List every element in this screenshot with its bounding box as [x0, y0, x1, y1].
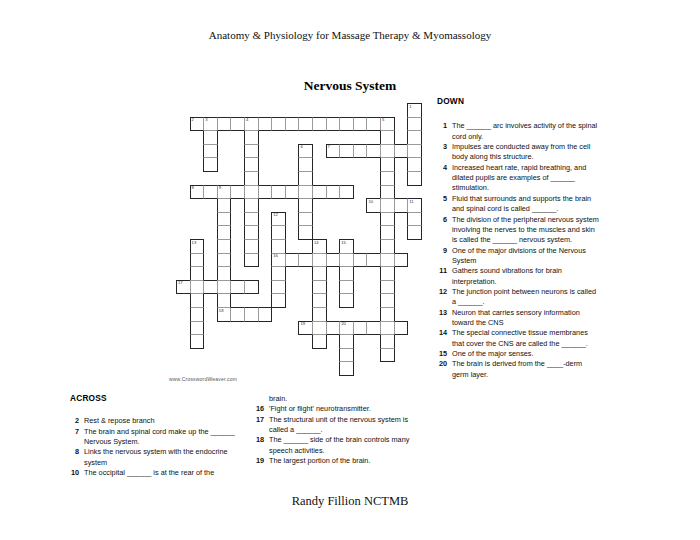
- clue-item: 16'Fight or flight' neurotransmitter.: [253, 404, 423, 414]
- crossword-cell[interactable]: 4: [244, 117, 259, 132]
- clue-item: 8Links the nervous system with the endoc…: [68, 447, 244, 468]
- crossword-cell[interactable]: [339, 348, 354, 363]
- across-clues-column-2: brain.16'Fight or flight' neurotransmitt…: [253, 391, 423, 466]
- crossword-cell[interactable]: [312, 253, 327, 268]
- clue-item: brain.: [253, 394, 423, 404]
- crossword-cell[interactable]: [298, 212, 313, 227]
- crossword-cell[interactable]: [380, 157, 395, 172]
- clue-number: 8: [192, 186, 194, 190]
- clue-item-number: 3: [436, 142, 447, 152]
- crossword-cell[interactable]: [258, 185, 273, 200]
- crossword-cell[interactable]: [298, 225, 313, 240]
- clue-item: 4Increased heart rate, rapid breathing, …: [436, 163, 600, 194]
- crossword-cell[interactable]: [353, 144, 368, 159]
- crossword-cell[interactable]: [217, 266, 232, 281]
- down-clues-list: 1The ______ arc involves activity of the…: [436, 121, 600, 380]
- clue-number: 18: [219, 309, 224, 313]
- clue-item: 18The ______ side of the brain controls …: [253, 435, 423, 456]
- crossword-cell[interactable]: [339, 253, 354, 268]
- crossword-cell[interactable]: 12: [271, 212, 286, 227]
- crossword-cell[interactable]: 9: [217, 185, 232, 200]
- clue-item-number: 17: [253, 415, 264, 425]
- crossword-cell[interactable]: [407, 144, 422, 159]
- clue-item: 20The brain is derived from the ____-der…: [436, 359, 600, 380]
- crossword-cell[interactable]: [203, 130, 218, 145]
- clue-item: 10The occipital ______ is at the rear of…: [68, 468, 244, 478]
- crossword-cell[interactable]: [203, 144, 218, 159]
- crossword-cell[interactable]: [244, 130, 259, 145]
- crossword-cell[interactable]: [380, 307, 395, 322]
- clue-item-number: 15: [436, 349, 447, 359]
- clue-item-text: One of the major senses.: [452, 349, 600, 359]
- clue-item-text: Increased heart rate, rapid breathing, a…: [452, 163, 600, 194]
- crossword-cell[interactable]: [380, 321, 395, 336]
- crossword-cell[interactable]: [244, 239, 259, 254]
- clue-number: 17: [178, 281, 183, 285]
- crossword-cell[interactable]: [380, 280, 395, 295]
- crossword-cell[interactable]: [380, 198, 395, 213]
- clue-item-number: 10: [68, 468, 79, 478]
- crossword-cell[interactable]: [271, 280, 286, 295]
- clue-item-text: The brain is derived from the ____-derm …: [452, 359, 600, 380]
- crossword-cell[interactable]: [244, 280, 259, 295]
- crossword-cell[interactable]: [271, 225, 286, 240]
- crossword-cell[interactable]: [217, 117, 232, 132]
- crossword-cell[interactable]: [298, 171, 313, 186]
- clue-item-text: The largest portion of the brain.: [269, 456, 423, 466]
- crossword-cell[interactable]: [230, 307, 245, 322]
- clue-number: 16: [273, 254, 278, 258]
- crossword-cell[interactable]: [244, 171, 259, 186]
- clue-item-text: The special connective tissue membranes …: [452, 328, 600, 349]
- crossword-cell[interactable]: [339, 361, 354, 376]
- clue-item-text: Fluid that surrounds and supports the br…: [452, 194, 600, 215]
- crossword-cell[interactable]: [339, 117, 354, 132]
- crossword-cell[interactable]: [258, 307, 273, 322]
- clue-number: 13: [192, 241, 197, 245]
- clue-item-text: The division of the peripheral nervous s…: [452, 215, 600, 246]
- crossword-cell[interactable]: 17: [176, 280, 191, 295]
- crossword-cell[interactable]: 14: [312, 239, 327, 254]
- clue-item-text: Links the nervous system with the endocr…: [84, 447, 244, 468]
- crossword-cell[interactable]: 15: [339, 239, 354, 254]
- crossword-cell[interactable]: [203, 157, 218, 172]
- crossword-cell[interactable]: [380, 225, 395, 240]
- clue-item: 5Fluid that surrounds and supports the b…: [436, 194, 600, 215]
- crossword-cell[interactable]: [407, 225, 422, 240]
- crossword-cell[interactable]: [407, 130, 422, 145]
- clue-item-number: 5: [436, 194, 447, 204]
- crossword-cell[interactable]: 20: [339, 321, 354, 336]
- clue-item-number: 7: [68, 427, 79, 437]
- crossword-cell[interactable]: [394, 253, 409, 268]
- crossword-cell[interactable]: [353, 253, 368, 268]
- down-heading: DOWN: [437, 96, 600, 106]
- crossword-cell[interactable]: [190, 280, 205, 295]
- clue-number: 14: [314, 241, 319, 245]
- clue-item-text: Neuron that carries sensory information …: [452, 308, 600, 329]
- clue-item-number: 12: [436, 287, 447, 297]
- crossword-cell[interactable]: [380, 239, 395, 254]
- crossword-cell[interactable]: [258, 117, 273, 132]
- crossword-cell[interactable]: [353, 321, 368, 336]
- crossword-cell[interactable]: [394, 321, 409, 336]
- crossword-cell[interactable]: [203, 280, 218, 295]
- crossword-cell[interactable]: [312, 293, 327, 308]
- crossword-cell[interactable]: [190, 253, 205, 268]
- crossword-cell[interactable]: 2: [190, 117, 205, 132]
- crossword-cell[interactable]: [326, 253, 341, 268]
- crossword-cell[interactable]: [312, 185, 327, 200]
- clue-item-text: The ______ side of the brain controls ma…: [269, 435, 423, 456]
- crossword-cell[interactable]: 11: [407, 198, 422, 213]
- crossword-cell[interactable]: [298, 253, 313, 268]
- crossword-cell[interactable]: [339, 266, 354, 281]
- crossword-cell[interactable]: 6: [298, 144, 313, 159]
- clue-number: 15: [341, 241, 346, 245]
- clue-item-number: 9: [436, 246, 447, 256]
- crossword-cell[interactable]: [271, 185, 286, 200]
- crossword-cell[interactable]: [380, 266, 395, 281]
- crossword-cell[interactable]: [312, 334, 327, 349]
- clue-number: 2: [192, 118, 194, 122]
- crossword-cell[interactable]: 10: [366, 198, 381, 213]
- course-title: Anatomy & Physiology for Massage Therapy…: [0, 29, 700, 41]
- crossword-cell[interactable]: [230, 117, 245, 132]
- crossword-cell[interactable]: [407, 117, 422, 132]
- clue-item-text: The occipital ______ is at the rear of t…: [84, 468, 244, 478]
- crossword-cell[interactable]: [203, 185, 218, 200]
- crossword-cell[interactable]: [380, 334, 395, 349]
- crossword-cell[interactable]: [366, 117, 381, 132]
- crossword-cell[interactable]: [271, 266, 286, 281]
- crossword-cell[interactable]: [190, 266, 205, 281]
- crossword-cell[interactable]: [380, 293, 395, 308]
- crossword-cell[interactable]: [366, 144, 381, 159]
- clue-item-text: 'Fight or flight' neurotransmitter.: [269, 404, 423, 414]
- clue-item-text: The brain and spinal cord make up the __…: [84, 427, 244, 448]
- crossword-cell[interactable]: [217, 253, 232, 268]
- crossword-page: { "page": { "header": "Anatomy & Physiol…: [0, 0, 700, 540]
- crossword-cell[interactable]: [271, 293, 286, 308]
- crossword-cell[interactable]: [339, 144, 354, 159]
- crossword-cell[interactable]: [244, 185, 259, 200]
- clue-item-text: Gathers sound vibrations for brain inter…: [452, 266, 600, 287]
- crossword-cell[interactable]: [339, 293, 354, 308]
- crossword-cell[interactable]: 7: [326, 144, 341, 159]
- across-clues-list-2: brain.16'Fight or flight' neurotransmitt…: [253, 394, 423, 466]
- crossword-weaver-credit: www.CrosswordWeaver.com: [169, 376, 237, 382]
- clue-item-text: Impulses are conducted away from the cel…: [452, 142, 600, 163]
- clue-item: 14The special connective tissue membrane…: [436, 328, 600, 349]
- clue-number: 9: [219, 186, 221, 190]
- crossword-cell[interactable]: [217, 198, 232, 213]
- clue-item-number: 4: [436, 163, 447, 173]
- clue-number: 7: [328, 145, 330, 149]
- crossword-cell[interactable]: [244, 307, 259, 322]
- crossword-cell[interactable]: [190, 334, 205, 349]
- crossword-cell[interactable]: 8: [190, 185, 205, 200]
- clue-number: 6: [300, 145, 302, 149]
- crossword-cell[interactable]: 1: [407, 103, 422, 118]
- crossword-cell[interactable]: [230, 185, 245, 200]
- clue-number: 11: [409, 200, 413, 204]
- clue-item-text: The ______ arc involves activity of the …: [452, 121, 600, 142]
- across-heading: ACROSS: [70, 393, 244, 403]
- crossword-cell[interactable]: [407, 157, 422, 172]
- clue-item-number: 13: [436, 308, 447, 318]
- crossword-cell[interactable]: [394, 198, 409, 213]
- clue-item-number: 19: [253, 456, 264, 466]
- clue-item-number: 20: [436, 359, 447, 369]
- clue-item: 9One of the major divisions of the Nervo…: [436, 246, 600, 267]
- crossword-cell[interactable]: [285, 117, 300, 132]
- crossword-cell[interactable]: [190, 321, 205, 336]
- clue-number: 4: [246, 118, 248, 122]
- crossword-cell[interactable]: 19: [298, 321, 313, 336]
- crossword-cell[interactable]: [244, 212, 259, 227]
- crossword-cell[interactable]: [285, 185, 300, 200]
- crossword-grid: 1234567891011121314151617181920: [176, 103, 423, 377]
- crossword-cell[interactable]: [326, 185, 341, 200]
- clue-item: 15One of the major senses.: [436, 349, 600, 359]
- crossword-cell[interactable]: [298, 157, 313, 172]
- crossword-cell[interactable]: [312, 266, 327, 281]
- clue-number: 10: [368, 200, 373, 204]
- crossword-cell[interactable]: 3: [203, 117, 218, 132]
- crossword-cell[interactable]: [190, 307, 205, 322]
- crossword-cell[interactable]: [353, 117, 368, 132]
- crossword-cell[interactable]: [244, 225, 259, 240]
- author-credit: Randy Fillion NCTMB: [0, 494, 700, 509]
- crossword-cell[interactable]: [312, 117, 327, 132]
- clue-item-number: 14: [436, 328, 447, 338]
- crossword-cell[interactable]: [366, 321, 381, 336]
- clue-number: 1: [409, 105, 411, 109]
- crossword-cell[interactable]: 18: [217, 307, 232, 322]
- crossword-cell[interactable]: [298, 117, 313, 132]
- crossword-cell[interactable]: [244, 198, 259, 213]
- clue-item-number: 6: [436, 215, 447, 225]
- clue-item-text: One of the major divisions of the Nervou…: [452, 246, 600, 267]
- crossword-cell[interactable]: [380, 171, 395, 186]
- crossword-cell[interactable]: [217, 212, 232, 227]
- crossword-cell[interactable]: [244, 253, 259, 268]
- puzzle-title: Nervous System: [0, 78, 700, 94]
- clue-number: 5: [382, 118, 384, 122]
- crossword-cell[interactable]: [271, 117, 286, 132]
- crossword-cell[interactable]: [380, 253, 395, 268]
- clue-number: 3: [205, 118, 207, 122]
- crossword-cell[interactable]: [312, 307, 327, 322]
- clue-item: 2Rest & repose branch: [68, 416, 244, 426]
- crossword-cell[interactable]: [312, 321, 327, 336]
- clue-item: 1The ______ arc involves activity of the…: [436, 121, 600, 142]
- clue-item: 19The largest portion of the brain.: [253, 456, 423, 466]
- crossword-cell[interactable]: [380, 185, 395, 200]
- crossword-cell[interactable]: [312, 280, 327, 295]
- clue-item-number: 18: [253, 435, 264, 445]
- clue-item: 7The brain and spinal cord make up the _…: [68, 427, 244, 448]
- crossword-cell[interactable]: [217, 239, 232, 254]
- clue-item-number: 11: [436, 266, 447, 276]
- crossword-cell[interactable]: [380, 348, 395, 363]
- clue-item-number: 1: [436, 121, 447, 131]
- crossword-cell[interactable]: [380, 144, 395, 159]
- crossword-cell[interactable]: 13: [190, 239, 205, 254]
- crossword-cell[interactable]: [339, 280, 354, 295]
- clue-item-text: Rest & repose branch: [84, 416, 244, 426]
- crossword-cell[interactable]: [271, 239, 286, 254]
- crossword-cell[interactable]: 16: [271, 253, 286, 268]
- crossword-cell[interactable]: [298, 185, 313, 200]
- crossword-cell[interactable]: [394, 144, 409, 159]
- crossword-cell[interactable]: [217, 225, 232, 240]
- crossword-cell[interactable]: [230, 280, 245, 295]
- crossword-cell[interactable]: [366, 253, 381, 268]
- crossword-cell[interactable]: [298, 198, 313, 213]
- crossword-cell[interactable]: [285, 253, 300, 268]
- down-clues-panel: DOWN 1The ______ arc involves activity o…: [436, 96, 600, 380]
- across-clues-list-1: 2Rest & repose branch7The brain and spin…: [68, 416, 244, 478]
- crossword-cell[interactable]: [244, 144, 259, 159]
- crossword-cell[interactable]: [190, 293, 205, 308]
- clue-item: 11Gathers sound vibrations for brain int…: [436, 266, 600, 287]
- clue-item-text: brain.: [269, 394, 423, 404]
- clue-number: 12: [273, 213, 278, 217]
- clue-item: 13Neuron that carries sensory informatio…: [436, 308, 600, 329]
- clue-item-number: 8: [68, 447, 79, 457]
- clue-item-text: The structural unit of the nervous syste…: [269, 415, 423, 436]
- crossword-cell[interactable]: [326, 321, 341, 336]
- clue-item-number: 16: [253, 404, 264, 414]
- clue-item-text: The junction point between neurons is ca…: [452, 287, 600, 308]
- clue-number: 19: [300, 322, 305, 326]
- crossword-cell[interactable]: [217, 293, 232, 308]
- clue-item-number: 2: [68, 416, 79, 426]
- crossword-cell[interactable]: [339, 334, 354, 349]
- clue-item: 17The structural unit of the nervous sys…: [253, 415, 423, 436]
- clue-item: 6The division of the peripheral nervous …: [436, 215, 600, 246]
- crossword-cell[interactable]: [326, 117, 341, 132]
- clue-item: 3Impulses are conducted away from the ce…: [436, 142, 600, 163]
- crossword-cell[interactable]: [339, 185, 354, 200]
- crossword-cell[interactable]: 5: [380, 117, 395, 132]
- across-clues-column-1: ACROSS 2Rest & repose branch7The brain a…: [68, 391, 244, 478]
- clue-number: 20: [341, 322, 346, 326]
- crossword-cell[interactable]: [407, 212, 422, 227]
- crossword-cell[interactable]: [407, 171, 422, 186]
- crossword-cell[interactable]: [217, 280, 232, 295]
- crossword-cell[interactable]: [380, 212, 395, 227]
- crossword-cell[interactable]: [244, 157, 259, 172]
- clue-item: 12The junction point between neurons is …: [436, 287, 600, 308]
- crossword-cell[interactable]: [380, 130, 395, 145]
